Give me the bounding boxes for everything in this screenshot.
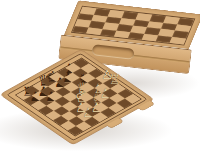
product-photo: ♜♛♚♝♟♟♟♟♟♞♕♙♔♗♖♙♘♙♙♙ — [0, 0, 200, 153]
box-handle-recess — [92, 44, 135, 60]
chess-grid: ♜♛♚♝♟♟♟♟♟♞♕♙♔♗♖♙♘♙♙♙ — [15, 58, 142, 137]
box-lid-square — [170, 37, 186, 45]
